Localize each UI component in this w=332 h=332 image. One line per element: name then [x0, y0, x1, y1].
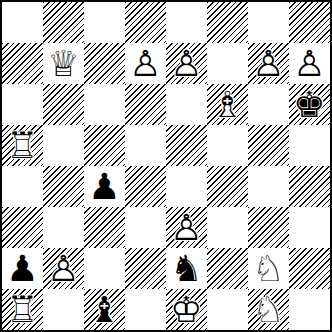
- chess-board: ♛♕♟♙♟♙♟♙♟♙♝♗♚♚♜♖♟♟♟♙♟♟♟♙♞♞♞♘♜♖♝♝♚♔♞♘: [0, 0, 332, 332]
- square-d8[interactable]: [125, 2, 166, 43]
- piece-glyph: ♞: [166, 248, 207, 289]
- square-a4[interactable]: [2, 166, 43, 207]
- square-e3[interactable]: ♟♙: [166, 207, 207, 248]
- piece-white-rook-a5[interactable]: ♜♖: [2, 125, 43, 166]
- piece-glyph: ♝: [84, 289, 125, 330]
- square-d1[interactable]: [125, 289, 166, 330]
- square-a8[interactable]: [2, 2, 43, 43]
- piece-white-bishop-f6[interactable]: ♝♗: [207, 84, 248, 125]
- square-g6[interactable]: [248, 84, 289, 125]
- piece-white-pawn-e3[interactable]: ♟♙: [166, 207, 207, 248]
- square-a1[interactable]: ♜♖: [2, 289, 43, 330]
- square-h8[interactable]: [289, 2, 330, 43]
- square-a2[interactable]: ♟♟: [2, 248, 43, 289]
- square-b7[interactable]: ♛♕: [43, 43, 84, 84]
- piece-glyph: ♙: [248, 43, 289, 84]
- square-e2[interactable]: ♞♞: [166, 248, 207, 289]
- square-c4[interactable]: ♟♟: [84, 166, 125, 207]
- square-d3[interactable]: [125, 207, 166, 248]
- square-b5[interactable]: [43, 125, 84, 166]
- square-h2[interactable]: [289, 248, 330, 289]
- square-c1[interactable]: ♝♝: [84, 289, 125, 330]
- square-g1[interactable]: ♞♘: [248, 289, 289, 330]
- square-f6[interactable]: ♝♗: [207, 84, 248, 125]
- square-d5[interactable]: [125, 125, 166, 166]
- square-h7[interactable]: ♟♙: [289, 43, 330, 84]
- piece-white-knight-g1[interactable]: ♞♘: [248, 289, 289, 330]
- chess-diagram: ♛♕♟♙♟♙♟♙♟♙♝♗♚♚♜♖♟♟♟♙♟♟♟♙♞♞♞♘♜♖♝♝♚♔♞♘: [0, 0, 332, 332]
- piece-glyph: ♘: [248, 289, 289, 330]
- piece-glyph: ♕: [43, 43, 84, 84]
- square-d7[interactable]: ♟♙: [125, 43, 166, 84]
- square-g3[interactable]: [248, 207, 289, 248]
- piece-glyph: ♚: [289, 84, 330, 125]
- square-f8[interactable]: [207, 2, 248, 43]
- square-e7[interactable]: ♟♙: [166, 43, 207, 84]
- square-f3[interactable]: [207, 207, 248, 248]
- piece-glyph: ♗: [207, 84, 248, 125]
- square-b3[interactable]: [43, 207, 84, 248]
- square-h4[interactable]: [289, 166, 330, 207]
- piece-white-pawn-d7[interactable]: ♟♙: [125, 43, 166, 84]
- square-b2[interactable]: ♟♙: [43, 248, 84, 289]
- piece-glyph: ♘: [248, 248, 289, 289]
- square-d4[interactable]: [125, 166, 166, 207]
- square-g5[interactable]: [248, 125, 289, 166]
- square-e1[interactable]: ♚♔: [166, 289, 207, 330]
- square-h6[interactable]: ♚♚: [289, 84, 330, 125]
- square-a3[interactable]: [2, 207, 43, 248]
- piece-white-pawn-h7[interactable]: ♟♙: [289, 43, 330, 84]
- square-e6[interactable]: [166, 84, 207, 125]
- square-c8[interactable]: [84, 2, 125, 43]
- square-b6[interactable]: [43, 84, 84, 125]
- square-d6[interactable]: [125, 84, 166, 125]
- square-g8[interactable]: [248, 2, 289, 43]
- square-c6[interactable]: [84, 84, 125, 125]
- square-g7[interactable]: ♟♙: [248, 43, 289, 84]
- piece-black-king-h6[interactable]: ♚♚: [289, 84, 330, 125]
- square-b8[interactable]: [43, 2, 84, 43]
- square-g4[interactable]: [248, 166, 289, 207]
- square-c5[interactable]: [84, 125, 125, 166]
- square-c3[interactable]: [84, 207, 125, 248]
- square-a7[interactable]: [2, 43, 43, 84]
- square-c2[interactable]: [84, 248, 125, 289]
- piece-white-rook-a1[interactable]: ♜♖: [2, 289, 43, 330]
- piece-glyph: ♖: [2, 289, 43, 330]
- square-a5[interactable]: ♜♖: [2, 125, 43, 166]
- piece-black-bishop-c1[interactable]: ♝♝: [84, 289, 125, 330]
- piece-glyph: ♙: [166, 43, 207, 84]
- square-h1[interactable]: [289, 289, 330, 330]
- piece-white-king-e1[interactable]: ♚♔: [166, 289, 207, 330]
- piece-black-pawn-a2[interactable]: ♟♟: [2, 248, 43, 289]
- piece-white-knight-g2[interactable]: ♞♘: [248, 248, 289, 289]
- piece-black-knight-e2[interactable]: ♞♞: [166, 248, 207, 289]
- piece-glyph: ♙: [166, 207, 207, 248]
- square-g2[interactable]: ♞♘: [248, 248, 289, 289]
- square-h5[interactable]: [289, 125, 330, 166]
- piece-glyph: ♖: [2, 125, 43, 166]
- square-b1[interactable]: [43, 289, 84, 330]
- piece-glyph: ♙: [43, 248, 84, 289]
- piece-glyph: ♟: [2, 248, 43, 289]
- piece-glyph: ♟: [84, 166, 125, 207]
- square-d2[interactable]: [125, 248, 166, 289]
- piece-white-pawn-g7[interactable]: ♟♙: [248, 43, 289, 84]
- piece-white-pawn-e7[interactable]: ♟♙: [166, 43, 207, 84]
- square-c7[interactable]: [84, 43, 125, 84]
- square-f7[interactable]: [207, 43, 248, 84]
- square-b4[interactable]: [43, 166, 84, 207]
- square-f5[interactable]: [207, 125, 248, 166]
- piece-black-pawn-c4[interactable]: ♟♟: [84, 166, 125, 207]
- square-a6[interactable]: [2, 84, 43, 125]
- square-f2[interactable]: [207, 248, 248, 289]
- piece-white-queen-b7[interactable]: ♛♕: [43, 43, 84, 84]
- square-e4[interactable]: [166, 166, 207, 207]
- square-e8[interactable]: [166, 2, 207, 43]
- piece-glyph: ♔: [166, 289, 207, 330]
- square-e5[interactable]: [166, 125, 207, 166]
- piece-white-pawn-b2[interactable]: ♟♙: [43, 248, 84, 289]
- piece-glyph: ♙: [125, 43, 166, 84]
- square-h3[interactable]: [289, 207, 330, 248]
- square-f1[interactable]: [207, 289, 248, 330]
- piece-glyph: ♙: [289, 43, 330, 84]
- square-f4[interactable]: [207, 166, 248, 207]
